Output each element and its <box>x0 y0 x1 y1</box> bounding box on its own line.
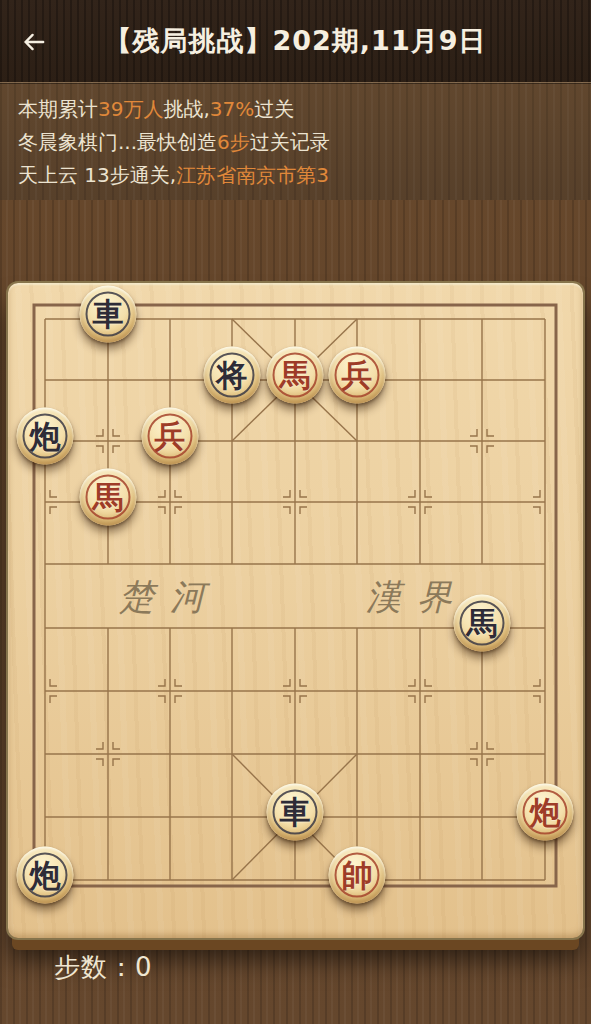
header: 【残局挑战】202期,11月9日 <box>0 0 591 82</box>
piece-red-馬[interactable]: 馬 <box>80 469 137 526</box>
page-title: 【残局挑战】202期,11月9日 <box>0 23 591 59</box>
piece-black-車[interactable]: 車 <box>267 784 324 841</box>
piece-red-炮[interactable]: 炮 <box>517 784 574 841</box>
step-counter: 步数：0 <box>54 950 153 985</box>
piece-glyph: 兵 <box>155 421 186 452</box>
piece-glyph: 炮 <box>30 421 61 452</box>
piece-black-炮[interactable]: 炮 <box>17 847 74 904</box>
challenge-info-panel: 本期累计39万人挑战,37%过关 冬晨象棋门...最快创造6步过关记录 天上云 … <box>0 82 591 200</box>
piece-red-兵[interactable]: 兵 <box>329 347 386 404</box>
piece-glyph: 車 <box>280 797 311 828</box>
piece-glyph: 帥 <box>342 860 373 891</box>
river-label-right: 漢界 <box>366 577 468 617</box>
back-arrow-icon <box>22 28 46 56</box>
piece-red-兵[interactable]: 兵 <box>142 408 199 465</box>
info-line-record: 冬晨象棋门...最快创造6步过关记录 <box>18 126 591 159</box>
piece-red-帥[interactable]: 帥 <box>329 847 386 904</box>
back-button[interactable] <box>16 26 52 58</box>
piece-glyph: 馬 <box>467 608 498 639</box>
piece-glyph: 炮 <box>530 797 561 828</box>
piece-black-車[interactable]: 車 <box>80 286 137 343</box>
piece-black-馬[interactable]: 馬 <box>454 595 511 652</box>
piece-glyph: 車 <box>93 299 124 330</box>
piece-black-炮[interactable]: 炮 <box>17 408 74 465</box>
river-label-left: 楚河 <box>119 577 221 617</box>
piece-red-馬[interactable]: 馬 <box>267 347 324 404</box>
piece-glyph: 兵 <box>342 360 373 391</box>
info-line-stats: 本期累计39万人挑战,37%过关 <box>18 93 591 126</box>
xiangqi-board[interactable]: 楚河漢界 車将馬兵炮兵馬馬車炮炮帥 <box>8 283 583 938</box>
info-line-latest: 天上云 13步通关,江苏省南京市第3 <box>18 159 591 192</box>
piece-glyph: 馬 <box>280 360 311 391</box>
piece-glyph: 炮 <box>30 860 61 891</box>
piece-black-将[interactable]: 将 <box>204 347 261 404</box>
piece-glyph: 馬 <box>93 482 124 513</box>
piece-glyph: 将 <box>217 360 248 391</box>
